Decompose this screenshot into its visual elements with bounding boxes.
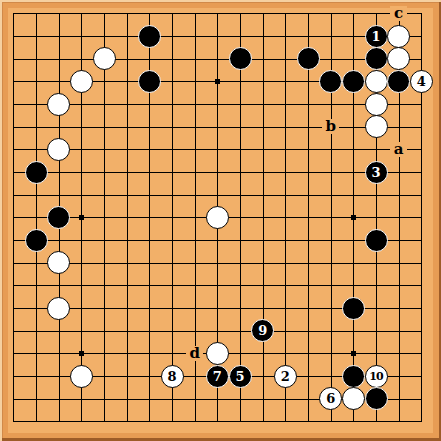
go-board: 14398752106abcd bbox=[0, 0, 441, 441]
grid-line-v-11 bbox=[240, 13, 241, 422]
move-8-stone-white-H3: 8 bbox=[161, 365, 184, 388]
move-6-stone-white-P2: 6 bbox=[319, 387, 342, 410]
grid-line-h-12 bbox=[13, 263, 422, 264]
label-b: b bbox=[322, 119, 339, 134]
stone-black-2-11 bbox=[25, 229, 48, 252]
board-field[interactable]: 14398752106abcd bbox=[8, 8, 433, 433]
stone-black-2-8 bbox=[25, 161, 48, 184]
stone-black-17-11 bbox=[365, 229, 388, 252]
move-4-stone-white-T16: 4 bbox=[410, 70, 433, 93]
move-5-stone-black-L3: 5 bbox=[229, 365, 252, 388]
move-7-stone-black-K3: 7 bbox=[206, 365, 229, 388]
star-point bbox=[351, 215, 356, 220]
stone-black-14-3 bbox=[297, 47, 320, 70]
stone-white-3-5 bbox=[47, 93, 70, 116]
stone-white-3-14 bbox=[47, 297, 70, 320]
move-10-stone-white-R3: 10 bbox=[365, 365, 388, 388]
move-1-stone-black-R18: 1 bbox=[365, 25, 388, 48]
star-point bbox=[79, 351, 84, 356]
stone-white-18-3 bbox=[387, 47, 410, 70]
move-9-stone-black-M5: 9 bbox=[251, 319, 274, 342]
label-c: c bbox=[390, 6, 407, 21]
stone-black-17-18 bbox=[365, 387, 388, 410]
star-point bbox=[351, 351, 356, 356]
stone-white-4-17 bbox=[70, 365, 93, 388]
stone-white-5-3 bbox=[93, 47, 116, 70]
stone-white-18-2 bbox=[387, 25, 410, 48]
grid-line-h-11 bbox=[13, 240, 422, 241]
stone-black-15-4 bbox=[319, 70, 342, 93]
label-a: a bbox=[390, 142, 407, 157]
move-3-stone-black-R12: 3 bbox=[365, 161, 388, 184]
star-point bbox=[215, 79, 220, 84]
grid-line-h-19 bbox=[13, 421, 422, 422]
stone-black-16-4 bbox=[342, 70, 365, 93]
label-d: d bbox=[186, 346, 203, 361]
move-2-stone-white-N3: 2 bbox=[274, 365, 297, 388]
stone-black-16-17 bbox=[342, 365, 365, 388]
stone-black-7-2 bbox=[138, 25, 161, 48]
stone-white-17-4 bbox=[365, 70, 388, 93]
stone-white-10-10 bbox=[206, 206, 229, 229]
stone-black-18-4 bbox=[387, 70, 410, 93]
stone-black-16-14 bbox=[342, 297, 365, 320]
stone-white-4-4 bbox=[70, 70, 93, 93]
stone-white-16-18 bbox=[342, 387, 365, 410]
stone-black-17-3 bbox=[365, 47, 388, 70]
grid-line-v-13 bbox=[285, 13, 286, 422]
stone-black-11-3 bbox=[229, 47, 252, 70]
stone-black-3-10 bbox=[47, 206, 70, 229]
grid-line-h-13 bbox=[13, 285, 422, 286]
stone-white-17-6 bbox=[365, 115, 388, 138]
stone-white-10-16 bbox=[206, 342, 229, 365]
star-point bbox=[79, 215, 84, 220]
grid-line-h-15 bbox=[13, 331, 422, 332]
grid-line-v-12 bbox=[263, 13, 264, 422]
stone-white-3-7 bbox=[47, 138, 70, 161]
grid-line-v-14 bbox=[308, 13, 309, 422]
stone-black-7-4 bbox=[138, 70, 161, 93]
stone-white-17-5 bbox=[365, 93, 388, 116]
stone-white-3-12 bbox=[47, 251, 70, 274]
